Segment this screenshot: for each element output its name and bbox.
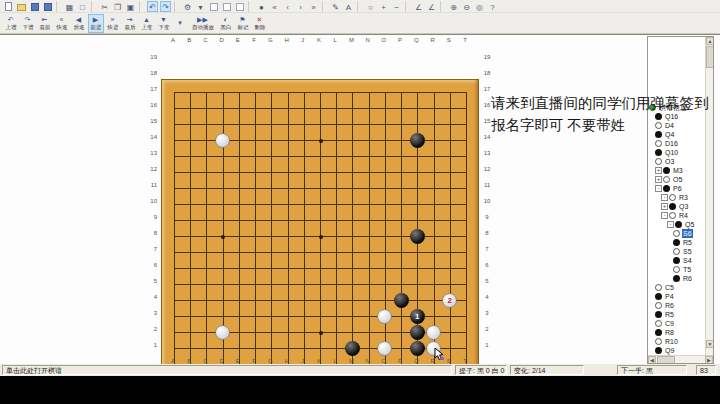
white-stone-D16[interactable] bbox=[215, 133, 230, 148]
fast-forward-icon: » bbox=[111, 16, 115, 24]
grid-line-horizontal bbox=[174, 284, 466, 285]
row-label-5: 5 bbox=[145, 278, 157, 284]
grid-line-vertical bbox=[466, 92, 467, 380]
status-segment-3: 83 bbox=[696, 365, 716, 375]
tree-node-label: D16 bbox=[664, 139, 679, 148]
grid-line-vertical bbox=[369, 92, 370, 380]
tree-node-P4-20[interactable]: P4 bbox=[649, 292, 706, 301]
star-point bbox=[319, 235, 323, 239]
black-stone-Q4[interactable] bbox=[410, 325, 425, 340]
black-stone-icon bbox=[673, 239, 680, 246]
tree-node-S4-16[interactable]: S4 bbox=[649, 256, 706, 265]
scroll-left-icon[interactable]: ◀ bbox=[648, 356, 656, 364]
expand-icon[interactable]: + bbox=[655, 167, 662, 174]
mark-button-label: 标记 bbox=[237, 24, 248, 30]
delete-button[interactable]: ✕删除 bbox=[252, 14, 268, 33]
next-game-button[interactable]: ↷下谱 bbox=[20, 14, 36, 33]
row-label-19: 19 bbox=[145, 54, 157, 60]
autoplay-button[interactable]: ▶▶自动播放 bbox=[189, 14, 217, 33]
prev-game-button[interactable]: ↶上谱 bbox=[3, 14, 19, 33]
zoom-out-icon[interactable]: ⊖ bbox=[461, 1, 472, 12]
row-label-3: 3 bbox=[481, 310, 493, 316]
column-label-Q: Q bbox=[411, 37, 421, 43]
white-stone-icon bbox=[655, 158, 662, 165]
star-point bbox=[319, 139, 323, 143]
black-stone-icon[interactable]: ● bbox=[256, 1, 267, 12]
zoom-in-icon[interactable]: ⊕ bbox=[448, 1, 459, 12]
row-label-15: 15 bbox=[145, 118, 157, 124]
go-board[interactable]: 12 bbox=[161, 79, 479, 393]
black-stone-icon bbox=[655, 329, 662, 336]
row-label-18: 18 bbox=[481, 70, 493, 76]
tree-node-Q10-4[interactable]: Q10 bbox=[649, 148, 706, 157]
row-label-4: 4 bbox=[481, 294, 493, 300]
row-label-13: 13 bbox=[145, 150, 157, 156]
white-stone-O5[interactable] bbox=[377, 309, 392, 324]
grid-line-horizontal bbox=[174, 252, 466, 253]
column-label-B: B bbox=[184, 37, 194, 43]
row-label-10: 10 bbox=[481, 198, 493, 204]
dropdown-arrow-icon[interactable]: ▾ bbox=[195, 1, 206, 12]
tree-node-C9-23[interactable]: C9 bbox=[649, 319, 706, 328]
tree-node-R4-11[interactable]: -R4 bbox=[649, 211, 706, 220]
grid-line-vertical bbox=[385, 92, 386, 380]
swap-colors-button[interactable]: ◐黑白 bbox=[218, 14, 234, 33]
black-stone-icon bbox=[669, 203, 676, 210]
black-stone-Q5[interactable]: 1 bbox=[410, 309, 425, 324]
toolbar-separator bbox=[56, 1, 61, 12]
game-tree-panel: 棋谱信息Q16D4Q4D16Q10O3+M3+O5-P6-R3+Q3-R4-Q5… bbox=[647, 36, 714, 364]
column-label-D: D bbox=[217, 37, 227, 43]
toolbar-separator bbox=[91, 1, 96, 12]
tree-node-label: R10 bbox=[664, 337, 679, 346]
tree-node-R5-14[interactable]: R5 bbox=[649, 238, 706, 247]
undo-icon[interactable]: ↶ bbox=[147, 1, 158, 12]
back-button-label: 后退 bbox=[73, 24, 84, 30]
column-label-G: G bbox=[265, 37, 275, 43]
preview-icon[interactable]: □ bbox=[77, 1, 88, 12]
settings-gear-icon[interactable]: ⚙ bbox=[182, 1, 193, 12]
row-label-18: 18 bbox=[145, 70, 157, 76]
label-a-icon[interactable]: A bbox=[343, 1, 354, 12]
star-point bbox=[319, 331, 323, 335]
row-label-12: 12 bbox=[481, 166, 493, 172]
row-label-4: 4 bbox=[145, 294, 157, 300]
tree-node-label: R5 bbox=[682, 238, 693, 247]
row-label-14: 14 bbox=[145, 134, 157, 140]
grid-line-vertical bbox=[352, 92, 353, 380]
search-icon[interactable]: ◎ bbox=[474, 1, 485, 12]
row-label-11: 11 bbox=[145, 182, 157, 188]
white-stone-icon bbox=[655, 320, 662, 327]
scroll-right-icon[interactable]: ▶ bbox=[705, 356, 713, 364]
next-game-button-label: 下谱 bbox=[22, 24, 33, 30]
scroll-down-icon[interactable]: ▼ bbox=[706, 340, 714, 348]
tree-node-label: R6 bbox=[664, 301, 675, 310]
row-label-6: 6 bbox=[145, 262, 157, 268]
column-label-O: O bbox=[379, 37, 389, 43]
tree-node-label: O3 bbox=[664, 157, 675, 166]
overlay-line-2: 报名字即可 不要带姓 bbox=[491, 114, 717, 136]
collapse-icon[interactable]: - bbox=[667, 221, 674, 228]
column-label-K: K bbox=[314, 37, 324, 43]
column-label-N: N bbox=[363, 37, 373, 43]
letterbox-bottom bbox=[0, 376, 720, 404]
status-segment-1: 变化: 2/14 bbox=[510, 365, 584, 375]
white-stone-O3[interactable] bbox=[377, 341, 392, 356]
open-file-icon[interactable] bbox=[16, 1, 27, 12]
tree-node-R6-21[interactable]: R6 bbox=[649, 301, 706, 310]
swap-colors-button-label: 黑白 bbox=[220, 24, 231, 30]
row-label-13: 13 bbox=[481, 150, 493, 156]
grid-line-vertical bbox=[401, 92, 402, 380]
white-stone-icon bbox=[655, 338, 662, 345]
board-small-icon[interactable] bbox=[208, 1, 219, 12]
tree-node-Q9-26[interactable]: Q9 bbox=[649, 346, 706, 355]
black-stone-icon bbox=[663, 167, 670, 174]
row-label-19: 19 bbox=[481, 54, 493, 60]
black-stone-icon bbox=[655, 347, 662, 354]
edit-pencil-icon[interactable]: ✎ bbox=[330, 1, 341, 12]
app-frame: ▦□✂❐▣↶↷⚙▾●«‹›»✎A○+−∠∠⊕⊖◎? ↶上谱↷下谱⇤最前«快退◀后… bbox=[0, 0, 720, 376]
rotate-right-icon[interactable]: ∠ bbox=[426, 1, 437, 12]
tree-node-label: T5 bbox=[682, 265, 692, 274]
black-stone-icon bbox=[673, 275, 680, 282]
column-label-M: M bbox=[346, 37, 356, 43]
main-toolbar: ▦□✂❐▣↶↷⚙▾●«‹›»✎A○+−∠∠⊕⊖◎? bbox=[0, 0, 720, 13]
row-label-5: 5 bbox=[481, 278, 493, 284]
tree-node-T5-17[interactable]: T5 bbox=[649, 265, 706, 274]
last-move-icon[interactable]: » bbox=[308, 1, 319, 12]
app-window: ▦□✂❐▣↶↷⚙▾●«‹›»✎A○+−∠∠⊕⊖◎? ↶上谱↷下谱⇤最前«快退◀后… bbox=[0, 0, 720, 404]
last-icon: ⇥ bbox=[127, 16, 133, 24]
status-segment-2: 下一手: 黑 bbox=[617, 365, 687, 375]
first-button[interactable]: ⇤最前 bbox=[37, 14, 53, 33]
tree-node-label: R8 bbox=[664, 328, 675, 337]
row-label-1: 1 bbox=[481, 342, 493, 348]
collapse-icon[interactable]: - bbox=[661, 194, 668, 201]
toolbar-separator bbox=[139, 1, 144, 12]
tree-vertical-scrollbar[interactable]: ▲ ▼ bbox=[705, 37, 713, 356]
tree-node-Q5-12[interactable]: -Q5 bbox=[649, 220, 706, 229]
row-label-9: 9 bbox=[481, 214, 493, 220]
print-icon[interactable]: ▦ bbox=[64, 1, 75, 12]
next-variation-icon: ▼ bbox=[160, 16, 167, 24]
fast-forward-button[interactable]: »快进 bbox=[105, 14, 121, 33]
stream-overlay-text: 请来到直播间的同学们用弹幕签到 报名字即可 不要带姓 bbox=[491, 92, 717, 136]
tree-node-O3-5[interactable]: O3 bbox=[649, 157, 706, 166]
toolbar-separator bbox=[322, 1, 327, 12]
save-icon[interactable] bbox=[29, 1, 40, 12]
prev-move-icon[interactable]: ‹ bbox=[282, 1, 293, 12]
column-label-R: R bbox=[428, 37, 438, 43]
white-stone-icon bbox=[673, 230, 680, 237]
black-stone-Q16[interactable] bbox=[410, 133, 425, 148]
white-stone-icon bbox=[655, 302, 662, 309]
tree-node-label: C9 bbox=[664, 319, 675, 328]
forward-button-label: 前进 bbox=[90, 24, 101, 30]
star-point bbox=[221, 235, 225, 239]
column-label-J: J bbox=[298, 37, 308, 43]
next-move-icon[interactable]: › bbox=[295, 1, 306, 12]
black-stone-icon bbox=[655, 149, 662, 156]
column-label-H: H bbox=[282, 37, 292, 43]
board-canvas: 12 AABBCCDDEEFFGGHHJJKKLLMMNNOOPPQQRRSST… bbox=[0, 34, 720, 364]
white-stone-icon bbox=[669, 194, 676, 201]
tree-node-R8-24[interactable]: R8 bbox=[649, 328, 706, 337]
grid-line-vertical bbox=[336, 92, 337, 380]
row-label-12: 12 bbox=[145, 166, 157, 172]
row-label-2: 2 bbox=[145, 326, 157, 332]
row-label-7: 7 bbox=[481, 246, 493, 252]
white-stone-icon bbox=[655, 140, 662, 147]
grid-line-horizontal bbox=[174, 268, 466, 269]
paste-icon[interactable]: ▣ bbox=[125, 1, 136, 12]
column-label-T: T bbox=[460, 37, 470, 43]
white-stone-S6[interactable]: 2 bbox=[442, 293, 457, 308]
black-stone-P6[interactable] bbox=[394, 293, 409, 308]
white-stone-icon bbox=[655, 284, 662, 291]
column-label-C: C bbox=[200, 37, 210, 43]
prev-game-icon: ↶ bbox=[8, 16, 14, 24]
tree-node-label: Q3 bbox=[678, 202, 689, 211]
tree-node-label: S5 bbox=[682, 247, 693, 256]
remove-icon[interactable]: − bbox=[391, 1, 402, 12]
tree-node-R10-25[interactable]: R10 bbox=[649, 337, 706, 346]
horizontal-scroll-thumb[interactable] bbox=[657, 356, 675, 364]
back-button[interactable]: ◀后退 bbox=[71, 14, 87, 33]
tree-node-P6-8[interactable]: -P6 bbox=[649, 184, 706, 193]
next-game-icon: ↷ bbox=[25, 16, 31, 24]
last-button-label: 最后 bbox=[124, 24, 135, 30]
more-dropdown-icon: ▾ bbox=[178, 19, 182, 27]
row-label-17: 17 bbox=[145, 86, 157, 92]
copy-icon[interactable]: ❐ bbox=[112, 1, 123, 12]
fast-back-icon: « bbox=[60, 16, 64, 24]
fast-back-button[interactable]: «快退 bbox=[54, 14, 70, 33]
tree-node-S5-15[interactable]: S5 bbox=[649, 247, 706, 256]
first-button-label: 最前 bbox=[39, 24, 50, 30]
fast-forward-button-label: 快进 bbox=[107, 24, 118, 30]
black-stone-icon bbox=[673, 257, 680, 264]
first-icon: ⇤ bbox=[42, 16, 48, 24]
row-label-16: 16 bbox=[145, 102, 157, 108]
white-stone-R4[interactable] bbox=[426, 325, 441, 340]
autoplay-button-label: 自动播放 bbox=[192, 24, 214, 30]
row-label-10: 10 bbox=[145, 198, 157, 204]
more-dropdown-button[interactable]: ▾ bbox=[173, 14, 188, 33]
row-label-11: 11 bbox=[481, 182, 493, 188]
board-large-icon[interactable] bbox=[234, 1, 245, 12]
row-label-6: 6 bbox=[481, 262, 493, 268]
last-button[interactable]: ⇥最后 bbox=[122, 14, 138, 33]
expand-icon[interactable]: + bbox=[655, 176, 662, 183]
cut-icon[interactable]: ✂ bbox=[99, 1, 110, 12]
tree-node-label: Q10 bbox=[664, 148, 679, 157]
overlay-line-1: 请来到直播间的同学们用弹幕签到 bbox=[491, 92, 717, 114]
column-label-A: A bbox=[168, 37, 178, 43]
next-variation-button[interactable]: ▼下变 bbox=[156, 14, 172, 33]
autoplay-icon: ▶▶ bbox=[197, 16, 208, 24]
grid-line-vertical bbox=[450, 92, 451, 380]
row-label-8: 8 bbox=[145, 230, 157, 236]
toolbar-separator bbox=[174, 1, 179, 12]
tree-node-C5-19[interactable]: C5 bbox=[649, 283, 706, 292]
row-label-7: 7 bbox=[145, 246, 157, 252]
status-bar: 单击此处打开棋谱 提子: 黑 0 白 0变化: 2/14下一手: 黑83 bbox=[0, 364, 720, 376]
board-medium-icon[interactable] bbox=[221, 1, 232, 12]
new-file-icon[interactable] bbox=[3, 1, 14, 12]
tree-node-R6-18[interactable]: R6 bbox=[649, 274, 706, 283]
tree-node-label: R3 bbox=[678, 193, 689, 202]
redo-icon[interactable]: ↷ bbox=[160, 1, 171, 12]
first-move-icon[interactable]: « bbox=[269, 1, 280, 12]
white-stone-icon bbox=[663, 176, 670, 183]
column-label-F: F bbox=[249, 37, 259, 43]
forward-button[interactable]: ▶前进 bbox=[88, 14, 104, 33]
tree-node-label: R4 bbox=[678, 211, 689, 220]
tree-node-label: R6 bbox=[682, 274, 693, 283]
navigation-toolbar: ↶上谱↷下谱⇤最前«快退◀后退▶前进»快进⇥最后▲上变▼下变▾▶▶自动播放◐黑白… bbox=[0, 13, 720, 34]
delete-icon: ✕ bbox=[257, 16, 263, 24]
row-label-9: 9 bbox=[145, 214, 157, 220]
toolbar-separator bbox=[248, 1, 253, 12]
column-label-E: E bbox=[233, 37, 243, 43]
black-stone-Q10[interactable] bbox=[410, 229, 425, 244]
white-stone-icon bbox=[673, 248, 680, 255]
collapse-icon[interactable]: - bbox=[661, 212, 668, 219]
black-stone-icon bbox=[655, 293, 662, 300]
toolbar-separator bbox=[357, 1, 362, 12]
collapse-icon[interactable]: - bbox=[655, 185, 662, 192]
prev-variation-icon: ▲ bbox=[143, 16, 150, 24]
tree-node-label: P4 bbox=[664, 292, 675, 301]
tree-node-label: P6 bbox=[672, 184, 683, 193]
black-stone-icon bbox=[675, 221, 682, 228]
fast-back-button-label: 快退 bbox=[56, 24, 67, 30]
add-icon[interactable]: + bbox=[378, 1, 389, 12]
scroll-up-icon[interactable]: ▲ bbox=[706, 37, 714, 45]
help-icon[interactable]: ? bbox=[487, 1, 498, 12]
tree-node-S6-13[interactable]: S6 bbox=[649, 229, 706, 238]
prev-variation-button-label: 上变 bbox=[141, 24, 152, 30]
row-label-3: 3 bbox=[145, 310, 157, 316]
tree-node-R5-22[interactable]: R5 bbox=[649, 310, 706, 319]
back-icon: ◀ bbox=[76, 16, 81, 24]
swap-colors-icon: ◐ bbox=[223, 16, 227, 24]
tree-node-label: S4 bbox=[682, 256, 693, 265]
tree-horizontal-scrollbar[interactable]: ◀ ▶ bbox=[648, 355, 713, 363]
expand-icon[interactable]: + bbox=[661, 203, 668, 210]
forward-icon: ▶ bbox=[93, 16, 98, 24]
column-label-P: P bbox=[395, 37, 405, 43]
status-segment-0: 提子: 黑 0 白 0 bbox=[455, 365, 507, 375]
tree-node-label: C5 bbox=[664, 283, 675, 292]
black-stone-icon bbox=[663, 185, 670, 192]
next-variation-button-label: 下变 bbox=[158, 24, 169, 30]
toolbar-separator bbox=[405, 1, 410, 12]
tree-node-D16-3[interactable]: D16 bbox=[649, 139, 706, 148]
status-message: 单击此处打开棋谱 bbox=[2, 365, 452, 375]
tree-node-label: O5 bbox=[672, 175, 683, 184]
mouse-cursor bbox=[434, 347, 445, 365]
black-stone-Q3[interactable] bbox=[410, 341, 425, 356]
white-stone-icon[interactable]: ○ bbox=[365, 1, 376, 12]
tree-node-Q3-10[interactable]: +Q3 bbox=[649, 202, 706, 211]
white-stone-icon bbox=[669, 212, 676, 219]
tree-node-label: Q5 bbox=[684, 220, 695, 229]
prev-game-button-label: 上谱 bbox=[5, 24, 16, 30]
prev-variation-button[interactable]: ▲上变 bbox=[139, 14, 155, 33]
mark-icon: ⚑ bbox=[239, 16, 245, 24]
row-label-2: 2 bbox=[481, 326, 493, 332]
white-stone-icon bbox=[673, 266, 680, 273]
toolbar-separator bbox=[440, 1, 445, 12]
row-label-1: 1 bbox=[145, 342, 157, 348]
rotate-left-icon[interactable]: ∠ bbox=[413, 1, 424, 12]
tree-node-label: S6 bbox=[682, 229, 693, 238]
black-stone-M3[interactable] bbox=[345, 341, 360, 356]
column-label-S: S bbox=[444, 37, 454, 43]
delete-button-label: 删除 bbox=[254, 24, 265, 30]
mark-button[interactable]: ⚑标记 bbox=[235, 14, 251, 33]
save-all-icon[interactable] bbox=[42, 1, 53, 12]
vertical-scroll-thumb[interactable] bbox=[706, 46, 714, 68]
grid-line-horizontal bbox=[174, 300, 466, 301]
tree-node-label: M3 bbox=[672, 166, 684, 175]
black-stone-icon bbox=[655, 311, 662, 318]
tree-node-R3-9[interactable]: -R3 bbox=[649, 193, 706, 202]
white-stone-D4[interactable] bbox=[215, 325, 230, 340]
tree-node-M3-6[interactable]: +M3 bbox=[649, 166, 706, 175]
tree-node-O5-7[interactable]: +O5 bbox=[649, 175, 706, 184]
row-label-8: 8 bbox=[481, 230, 493, 236]
game-tree-list: 棋谱信息Q16D4Q4D16Q10O3+M3+O5-P6-R3+Q3-R4-Q5… bbox=[649, 37, 706, 356]
tree-node-label: Q9 bbox=[664, 346, 675, 355]
tree-node-label: R5 bbox=[664, 310, 675, 319]
column-label-L: L bbox=[330, 37, 340, 43]
